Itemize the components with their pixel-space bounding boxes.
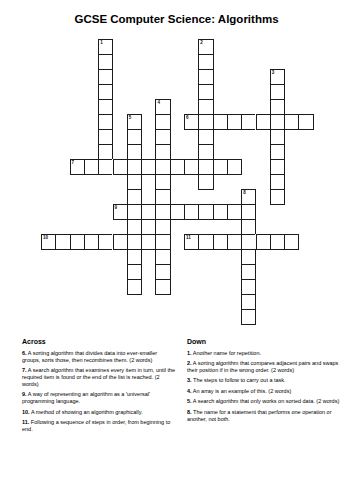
cell-r5-c6: 5 bbox=[127, 114, 142, 129]
clue-down-8: 8. The name for a statement that perform… bbox=[187, 409, 341, 423]
cell-r3-c4 bbox=[98, 84, 113, 99]
cell-r14-c14 bbox=[241, 249, 256, 264]
cell-r11-c8 bbox=[155, 204, 169, 219]
clue-number-5: 5 bbox=[129, 116, 132, 121]
clue-number-10: 10 bbox=[43, 236, 48, 241]
cell-r13-c4 bbox=[98, 234, 112, 250]
clue-number-3: 3 bbox=[272, 71, 275, 76]
cell-r11-c6 bbox=[127, 204, 141, 219]
cell-r13-c14 bbox=[241, 234, 255, 249]
clue-down-2: 2. A sorting algorithm that compares adj… bbox=[187, 360, 341, 374]
clue-across-9: 9. A way of representing an algorithm as… bbox=[22, 391, 176, 405]
cell-r5-c17 bbox=[284, 114, 298, 130]
cell-r13-c3 bbox=[84, 234, 98, 250]
cell-r8-c7 bbox=[141, 159, 155, 175]
cell-r8-c3 bbox=[84, 159, 98, 175]
cell-r6-c11 bbox=[198, 129, 213, 144]
cell-r4-c8: 4 bbox=[155, 99, 170, 114]
cell-r11-c11 bbox=[198, 204, 212, 220]
clue-across-7: 7. A search algorithm that examines ever… bbox=[22, 367, 176, 388]
clue-number-9: 9 bbox=[115, 206, 118, 211]
cell-r8-c2: 7 bbox=[70, 159, 84, 175]
clue-down-1: 1. Another name for repetition. bbox=[187, 350, 341, 357]
cell-r10-c16 bbox=[270, 189, 285, 205]
cell-r16-c14 bbox=[241, 279, 256, 294]
across-clue-list: 6. A sorting algorithm that divides data… bbox=[22, 350, 176, 434]
cell-r1-c11 bbox=[198, 54, 213, 69]
cell-r3-c16 bbox=[270, 84, 285, 99]
clues-down-section: Down 1. Another name for repetition.2. A… bbox=[187, 338, 341, 426]
page-title: GCSE Computer Science: Algorithms bbox=[0, 13, 353, 25]
cell-r8-c10 bbox=[184, 159, 198, 175]
cell-r6-c4 bbox=[98, 129, 113, 144]
cell-r15-c8 bbox=[155, 264, 170, 279]
clue-down-4: 4. An array is an example of this. (2 wo… bbox=[187, 388, 341, 395]
cell-r13-c16 bbox=[270, 234, 284, 250]
cell-r12-c8 bbox=[155, 219, 170, 234]
cell-r13-c15 bbox=[256, 234, 270, 250]
cell-r9-c16 bbox=[270, 174, 285, 189]
cell-r13-c2 bbox=[70, 234, 84, 250]
clue-across-11: 11. Following a sequence of steps in ord… bbox=[22, 419, 176, 433]
cell-r2-c16: 3 bbox=[270, 69, 285, 84]
cell-r5-c12 bbox=[213, 114, 227, 130]
cell-r9-c11 bbox=[198, 174, 213, 190]
clue-across-10: 10. A method of showing an algorithm gra… bbox=[22, 409, 176, 416]
cell-r2-c11 bbox=[198, 69, 213, 84]
cell-r10-c8 bbox=[155, 189, 170, 204]
down-heading: Down bbox=[187, 338, 341, 345]
cell-r5-c18 bbox=[298, 114, 313, 130]
cell-r11-c5: 9 bbox=[113, 204, 127, 220]
clues-across-section: Across 6. A sorting algorithm that divid… bbox=[22, 338, 176, 437]
cell-r8-c11 bbox=[198, 159, 212, 174]
cell-r5-c11 bbox=[198, 114, 212, 129]
clue-across-6: 6. A sorting algorithm that divides data… bbox=[22, 350, 176, 364]
cell-r9-c8 bbox=[155, 174, 170, 189]
cell-r11-c12 bbox=[213, 204, 227, 220]
cell-r4-c16 bbox=[270, 99, 285, 114]
cell-r8-c5 bbox=[113, 159, 127, 175]
clue-number-6: 6 bbox=[186, 116, 189, 121]
cell-r8-c16 bbox=[270, 159, 285, 174]
cell-r13-c10: 11 bbox=[184, 234, 198, 250]
cell-r6-c6 bbox=[127, 129, 142, 144]
cell-r0-c4: 1 bbox=[98, 39, 113, 54]
cell-r13-c5 bbox=[113, 234, 127, 250]
cell-r13-c6 bbox=[127, 234, 141, 249]
cell-r12-c14 bbox=[241, 219, 256, 234]
clue-down-5: 5. A search algorithm that only works on… bbox=[187, 398, 341, 405]
cell-r7-c8 bbox=[155, 144, 170, 159]
cell-r8-c9 bbox=[170, 159, 184, 175]
cell-r7-c4 bbox=[98, 144, 113, 159]
cell-r1-c4 bbox=[98, 54, 113, 69]
cell-r7-c16 bbox=[270, 144, 285, 159]
cell-r2-c4 bbox=[98, 69, 113, 84]
cell-r13-c12 bbox=[213, 234, 227, 250]
clue-number-11: 11 bbox=[186, 236, 191, 241]
cell-r0-c11: 2 bbox=[198, 39, 213, 54]
cell-r5-c8 bbox=[155, 114, 170, 129]
cell-r6-c16 bbox=[270, 129, 285, 144]
cell-r16-c6 bbox=[127, 279, 142, 295]
clue-number-4: 4 bbox=[157, 101, 160, 106]
cell-r16-c8 bbox=[155, 279, 170, 295]
cell-r5-c15 bbox=[256, 114, 270, 130]
cell-r11-c14 bbox=[241, 204, 256, 219]
cell-r13-c1 bbox=[55, 234, 69, 250]
crossword-board: 1234567891011 bbox=[41, 39, 313, 324]
cell-r11-c10 bbox=[184, 204, 198, 220]
cell-r3-c11 bbox=[198, 84, 213, 99]
worksheet-page: GCSE Computer Science: Algorithms 123456… bbox=[0, 0, 353, 500]
cell-r11-c9 bbox=[170, 204, 184, 220]
cell-r8-c13 bbox=[227, 159, 242, 175]
cell-r5-c14 bbox=[241, 114, 255, 130]
clue-number-1: 1 bbox=[100, 41, 103, 46]
cell-r14-c6 bbox=[127, 249, 142, 264]
cell-r11-c13 bbox=[227, 204, 241, 220]
cell-r8-c8 bbox=[155, 159, 169, 174]
cell-r4-c11 bbox=[198, 99, 213, 114]
cell-r13-c13 bbox=[227, 234, 241, 250]
cell-r15-c6 bbox=[127, 264, 142, 279]
cell-r5-c16 bbox=[270, 114, 284, 129]
clue-number-7: 7 bbox=[72, 161, 75, 166]
cell-r11-c7 bbox=[141, 204, 155, 220]
cell-r13-c17 bbox=[284, 234, 299, 250]
cell-r8-c6 bbox=[127, 159, 141, 174]
cell-r18-c14 bbox=[241, 309, 256, 325]
clue-down-3: 3. The steps to follow to carry out a ta… bbox=[187, 377, 341, 384]
across-heading: Across bbox=[22, 338, 176, 345]
cell-r10-c6 bbox=[127, 189, 142, 204]
cell-r14-c8 bbox=[155, 249, 170, 264]
cell-r13-c11 bbox=[198, 234, 212, 250]
cell-r5-c4 bbox=[98, 114, 113, 129]
down-clue-list: 1. Another name for repetition.2. A sort… bbox=[187, 350, 341, 423]
cell-r13-c7 bbox=[141, 234, 155, 250]
cell-r8-c4 bbox=[98, 159, 112, 175]
cell-r8-c12 bbox=[213, 159, 227, 175]
cell-r13-c8 bbox=[155, 234, 170, 249]
clue-number-8: 8 bbox=[243, 191, 246, 196]
cell-r7-c11 bbox=[198, 144, 213, 159]
cell-r5-c10: 6 bbox=[184, 114, 198, 130]
cell-r10-c14: 8 bbox=[241, 189, 256, 204]
cell-r7-c6 bbox=[127, 144, 142, 159]
cell-r6-c8 bbox=[155, 129, 170, 144]
cell-r13-c0: 10 bbox=[41, 234, 55, 250]
cell-r9-c6 bbox=[127, 174, 142, 189]
cell-r15-c14 bbox=[241, 264, 256, 279]
clue-number-2: 2 bbox=[200, 41, 203, 46]
cell-r4-c4 bbox=[98, 99, 113, 114]
cell-r5-c13 bbox=[227, 114, 241, 130]
cell-r17-c14 bbox=[241, 294, 256, 309]
cell-r12-c6 bbox=[127, 219, 142, 234]
